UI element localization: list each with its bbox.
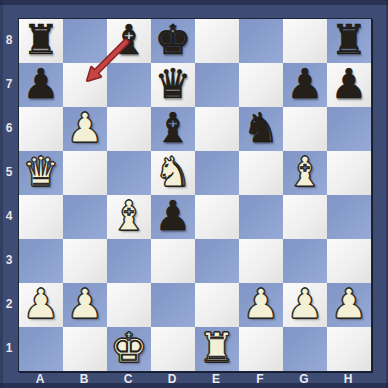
square-f2[interactable]: ♟	[239, 283, 283, 327]
rank-label-6: 6	[0, 106, 18, 150]
file-label-b: B	[62, 371, 106, 388]
square-g2[interactable]: ♟	[283, 283, 327, 327]
square-e6[interactable]	[195, 107, 239, 151]
square-a5[interactable]: ♛	[19, 151, 63, 195]
piece-white-pawn-f2[interactable]: ♟	[243, 284, 280, 325]
square-e1[interactable]: ♜	[195, 327, 239, 371]
square-b2[interactable]: ♟	[63, 283, 107, 327]
square-b3[interactable]	[63, 239, 107, 283]
square-d6[interactable]: ♝	[151, 107, 195, 151]
chess-board: ♜♝♚♜♟♛♟♟♟♝♞♛♞♝♝♟♟♟♟♟♟♚♜	[18, 18, 372, 372]
square-c8[interactable]: ♝	[107, 19, 151, 63]
file-label-f: F	[238, 371, 282, 388]
square-d3[interactable]	[151, 239, 195, 283]
file-label-g: G	[282, 371, 326, 388]
chess-diagram: ♜♝♚♜♟♛♟♟♟♝♞♛♞♝♝♟♟♟♟♟♟♚♜ 87654321 ABCDEFG…	[0, 0, 388, 388]
square-h4[interactable]	[327, 195, 371, 239]
square-c4[interactable]: ♝	[107, 195, 151, 239]
square-d7[interactable]: ♛	[151, 63, 195, 107]
piece-black-king-d8[interactable]: ♚	[155, 20, 192, 61]
square-b6[interactable]: ♟	[63, 107, 107, 151]
square-b7[interactable]	[63, 63, 107, 107]
square-g4[interactable]	[283, 195, 327, 239]
square-a4[interactable]	[19, 195, 63, 239]
square-d8[interactable]: ♚	[151, 19, 195, 63]
piece-white-bishop-g5[interactable]: ♝	[287, 152, 324, 193]
piece-white-pawn-b6[interactable]: ♟	[67, 108, 104, 149]
square-g7[interactable]: ♟	[283, 63, 327, 107]
piece-black-pawn-g7[interactable]: ♟	[287, 64, 324, 105]
piece-black-rook-h8[interactable]: ♜	[331, 20, 368, 61]
square-c5[interactable]	[107, 151, 151, 195]
square-h6[interactable]	[327, 107, 371, 151]
square-g8[interactable]	[283, 19, 327, 63]
square-g1[interactable]	[283, 327, 327, 371]
square-h5[interactable]	[327, 151, 371, 195]
square-a7[interactable]: ♟	[19, 63, 63, 107]
square-b5[interactable]	[63, 151, 107, 195]
piece-black-rook-a8[interactable]: ♜	[23, 20, 60, 61]
square-c7[interactable]	[107, 63, 151, 107]
square-b4[interactable]	[63, 195, 107, 239]
square-d1[interactable]	[151, 327, 195, 371]
piece-white-pawn-b2[interactable]: ♟	[67, 284, 104, 325]
rank-label-4: 4	[0, 194, 18, 238]
square-d2[interactable]	[151, 283, 195, 327]
square-h2[interactable]: ♟	[327, 283, 371, 327]
rank-label-2: 2	[0, 282, 18, 326]
square-h7[interactable]: ♟	[327, 63, 371, 107]
square-f8[interactable]	[239, 19, 283, 63]
square-a2[interactable]: ♟	[19, 283, 63, 327]
piece-black-bishop-d6[interactable]: ♝	[155, 108, 192, 149]
square-f5[interactable]	[239, 151, 283, 195]
piece-black-pawn-d4[interactable]: ♟	[155, 196, 192, 237]
square-f1[interactable]	[239, 327, 283, 371]
square-e5[interactable]	[195, 151, 239, 195]
square-d4[interactable]: ♟	[151, 195, 195, 239]
piece-white-pawn-a2[interactable]: ♟	[23, 284, 60, 325]
piece-black-pawn-a7[interactable]: ♟	[23, 64, 60, 105]
file-label-h: H	[326, 371, 370, 388]
square-e7[interactable]	[195, 63, 239, 107]
square-h3[interactable]	[327, 239, 371, 283]
piece-black-queen-d7[interactable]: ♛	[155, 64, 192, 105]
square-c6[interactable]	[107, 107, 151, 151]
square-c2[interactable]	[107, 283, 151, 327]
piece-black-bishop-c8[interactable]: ♝	[111, 20, 148, 61]
square-a6[interactable]	[19, 107, 63, 151]
square-f7[interactable]	[239, 63, 283, 107]
file-label-a: A	[18, 371, 62, 388]
square-e4[interactable]	[195, 195, 239, 239]
square-e3[interactable]	[195, 239, 239, 283]
file-label-e: E	[194, 371, 238, 388]
square-g5[interactable]: ♝	[283, 151, 327, 195]
square-b1[interactable]	[63, 327, 107, 371]
square-f6[interactable]: ♞	[239, 107, 283, 151]
square-e2[interactable]	[195, 283, 239, 327]
square-f3[interactable]	[239, 239, 283, 283]
square-f4[interactable]	[239, 195, 283, 239]
square-h1[interactable]	[327, 327, 371, 371]
square-b8[interactable]	[63, 19, 107, 63]
square-e8[interactable]	[195, 19, 239, 63]
rank-label-8: 8	[0, 18, 18, 62]
square-h8[interactable]: ♜	[327, 19, 371, 63]
rank-label-3: 3	[0, 238, 18, 282]
piece-black-pawn-h7[interactable]: ♟	[331, 64, 368, 105]
square-c1[interactable]: ♚	[107, 327, 151, 371]
square-a1[interactable]	[19, 327, 63, 371]
piece-white-pawn-g2[interactable]: ♟	[287, 284, 324, 325]
rank-label-5: 5	[0, 150, 18, 194]
piece-white-king-c1[interactable]: ♚	[111, 328, 148, 369]
piece-white-bishop-c4[interactable]: ♝	[111, 196, 148, 237]
square-g3[interactable]	[283, 239, 327, 283]
piece-white-rook-e1[interactable]: ♜	[199, 328, 236, 369]
rank-label-1: 1	[0, 326, 18, 370]
square-c3[interactable]	[107, 239, 151, 283]
square-g6[interactable]	[283, 107, 327, 151]
piece-white-knight-d5[interactable]: ♞	[155, 152, 192, 193]
file-label-c: C	[106, 371, 150, 388]
piece-white-queen-a5[interactable]: ♛	[23, 152, 60, 193]
square-a8[interactable]: ♜	[19, 19, 63, 63]
rank-label-7: 7	[0, 62, 18, 106]
square-a3[interactable]	[19, 239, 63, 283]
square-d5[interactable]: ♞	[151, 151, 195, 195]
file-label-d: D	[150, 371, 194, 388]
piece-black-knight-f6[interactable]: ♞	[243, 108, 280, 149]
piece-white-pawn-h2[interactable]: ♟	[331, 284, 368, 325]
